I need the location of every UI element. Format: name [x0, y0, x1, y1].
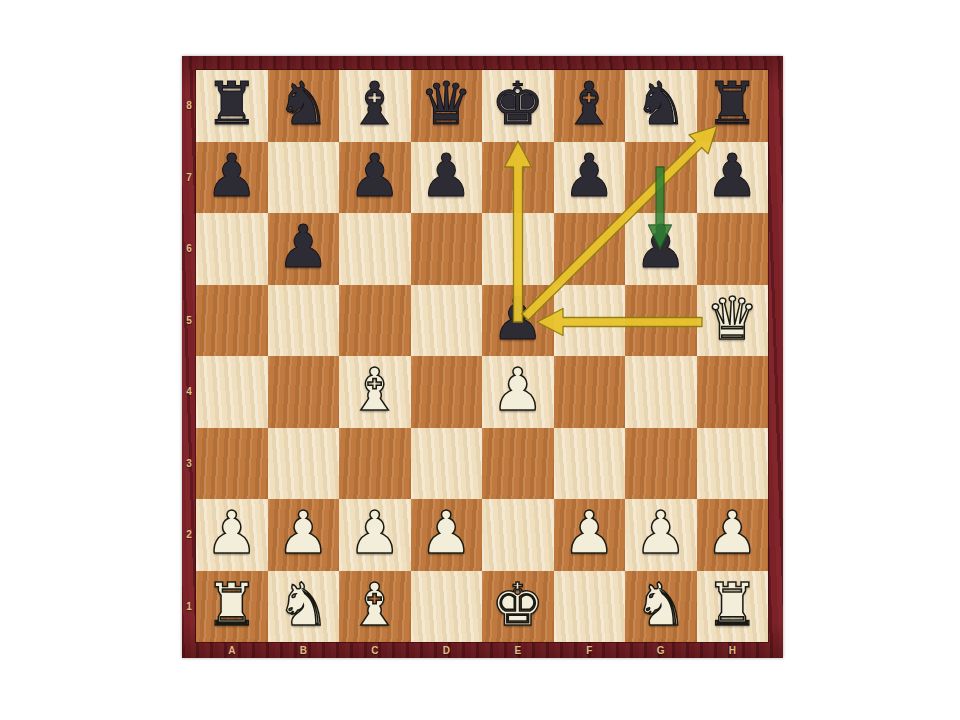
square-g4[interactable] — [625, 356, 697, 428]
piece-black-bishop[interactable]: ♝ — [348, 68, 401, 140]
square-a7[interactable]: ♟ — [196, 142, 268, 214]
rank-label-5: 5 — [182, 285, 196, 357]
piece-black-rook[interactable]: ♜ — [706, 68, 759, 140]
piece-white-knight[interactable]: ♞ — [634, 569, 687, 641]
square-e2[interactable] — [482, 499, 554, 571]
piece-white-queen[interactable]: ♛ — [706, 283, 759, 355]
chess-diagram: 87654321 ♜♞♝♛♚♝♞♜♟♟♟♟♟♟♟♟♛♝♟♟♟♟♟♟♟♟♜♞♝♚♞… — [0, 0, 960, 720]
piece-white-pawn[interactable]: ♟ — [277, 497, 330, 569]
square-b2[interactable]: ♟ — [268, 499, 340, 571]
square-c1[interactable]: ♝ — [339, 571, 411, 643]
piece-black-rook[interactable]: ♜ — [205, 68, 258, 140]
square-f1[interactable] — [554, 571, 626, 643]
square-c6[interactable] — [339, 213, 411, 285]
square-h8[interactable]: ♜ — [697, 70, 769, 142]
square-d7[interactable]: ♟ — [411, 142, 483, 214]
square-b8[interactable]: ♞ — [268, 70, 340, 142]
square-g6[interactable]: ♟ — [625, 213, 697, 285]
piece-black-pawn[interactable]: ♟ — [706, 140, 759, 212]
rank-label-2: 2 — [182, 499, 196, 571]
square-f2[interactable]: ♟ — [554, 499, 626, 571]
piece-white-rook[interactable]: ♜ — [205, 569, 258, 641]
rank-label-3: 3 — [182, 428, 196, 500]
square-a3[interactable] — [196, 428, 268, 500]
piece-white-pawn[interactable]: ♟ — [634, 497, 687, 569]
square-g1[interactable]: ♞ — [625, 571, 697, 643]
rank-label-1: 1 — [182, 571, 196, 643]
piece-white-knight[interactable]: ♞ — [277, 569, 330, 641]
piece-white-pawn[interactable]: ♟ — [563, 497, 616, 569]
square-b3[interactable] — [268, 428, 340, 500]
square-e1[interactable]: ♚ — [482, 571, 554, 643]
rank-labels: 87654321 — [182, 70, 196, 642]
square-e7[interactable] — [482, 142, 554, 214]
square-f5[interactable] — [554, 285, 626, 357]
square-c3[interactable] — [339, 428, 411, 500]
file-label-f: F — [554, 642, 626, 658]
piece-white-pawn[interactable]: ♟ — [348, 497, 401, 569]
piece-black-pawn[interactable]: ♟ — [491, 283, 544, 355]
piece-white-bishop[interactable]: ♝ — [348, 569, 401, 641]
square-e8[interactable]: ♚ — [482, 70, 554, 142]
square-h3[interactable] — [697, 428, 769, 500]
square-f3[interactable] — [554, 428, 626, 500]
square-f7[interactable]: ♟ — [554, 142, 626, 214]
piece-black-queen[interactable]: ♛ — [420, 68, 473, 140]
square-h4[interactable] — [697, 356, 769, 428]
square-b1[interactable]: ♞ — [268, 571, 340, 643]
square-h5[interactable]: ♛ — [697, 285, 769, 357]
piece-black-king[interactable]: ♚ — [491, 68, 544, 140]
file-label-a: A — [196, 642, 268, 658]
piece-black-knight[interactable]: ♞ — [634, 68, 687, 140]
piece-black-pawn[interactable]: ♟ — [348, 140, 401, 212]
square-d3[interactable] — [411, 428, 483, 500]
piece-white-rook[interactable]: ♜ — [706, 569, 759, 641]
square-c7[interactable]: ♟ — [339, 142, 411, 214]
piece-white-pawn[interactable]: ♟ — [420, 497, 473, 569]
square-c5[interactable] — [339, 285, 411, 357]
file-label-c: C — [339, 642, 411, 658]
file-label-e: E — [482, 642, 554, 658]
square-g5[interactable] — [625, 285, 697, 357]
square-e5[interactable]: ♟ — [482, 285, 554, 357]
square-a2[interactable]: ♟ — [196, 499, 268, 571]
file-label-b: B — [268, 642, 340, 658]
square-d5[interactable] — [411, 285, 483, 357]
file-label-g: G — [625, 642, 697, 658]
square-f8[interactable]: ♝ — [554, 70, 626, 142]
square-c2[interactable]: ♟ — [339, 499, 411, 571]
square-f4[interactable] — [554, 356, 626, 428]
square-h7[interactable]: ♟ — [697, 142, 769, 214]
square-g2[interactable]: ♟ — [625, 499, 697, 571]
piece-black-pawn[interactable]: ♟ — [420, 140, 473, 212]
rank-label-8: 8 — [182, 70, 196, 142]
piece-black-pawn[interactable]: ♟ — [563, 140, 616, 212]
square-d8[interactable]: ♛ — [411, 70, 483, 142]
square-b4[interactable] — [268, 356, 340, 428]
piece-black-bishop[interactable]: ♝ — [563, 68, 616, 140]
square-d1[interactable] — [411, 571, 483, 643]
square-h2[interactable]: ♟ — [697, 499, 769, 571]
square-b7[interactable] — [268, 142, 340, 214]
square-b5[interactable] — [268, 285, 340, 357]
square-f6[interactable] — [554, 213, 626, 285]
piece-black-pawn[interactable]: ♟ — [205, 140, 258, 212]
square-h1[interactable]: ♜ — [697, 571, 769, 643]
rank-label-7: 7 — [182, 142, 196, 214]
square-a8[interactable]: ♜ — [196, 70, 268, 142]
square-a5[interactable] — [196, 285, 268, 357]
square-b6[interactable]: ♟ — [268, 213, 340, 285]
rank-label-4: 4 — [182, 356, 196, 428]
piece-white-pawn[interactable]: ♟ — [491, 354, 544, 426]
square-e6[interactable] — [482, 213, 554, 285]
file-labels: ABCDEFGH — [196, 642, 768, 658]
square-e4[interactable]: ♟ — [482, 356, 554, 428]
chess-board[interactable]: ♜♞♝♛♚♝♞♜♟♟♟♟♟♟♟♟♛♝♟♟♟♟♟♟♟♟♜♞♝♚♞♜ — [196, 70, 768, 642]
rank-label-6: 6 — [182, 213, 196, 285]
square-a4[interactable] — [196, 356, 268, 428]
square-g3[interactable] — [625, 428, 697, 500]
square-g8[interactable]: ♞ — [625, 70, 697, 142]
square-c4[interactable]: ♝ — [339, 356, 411, 428]
square-a6[interactable] — [196, 213, 268, 285]
piece-white-pawn[interactable]: ♟ — [205, 497, 258, 569]
square-d6[interactable] — [411, 213, 483, 285]
square-e3[interactable] — [482, 428, 554, 500]
piece-white-king[interactable]: ♚ — [491, 569, 544, 641]
square-a1[interactable]: ♜ — [196, 571, 268, 643]
file-label-d: D — [411, 642, 483, 658]
piece-white-pawn[interactable]: ♟ — [706, 497, 759, 569]
square-d2[interactable]: ♟ — [411, 499, 483, 571]
square-c8[interactable]: ♝ — [339, 70, 411, 142]
piece-black-pawn[interactable]: ♟ — [634, 211, 687, 283]
piece-black-pawn[interactable]: ♟ — [277, 211, 330, 283]
piece-black-knight[interactable]: ♞ — [277, 68, 330, 140]
piece-white-bishop[interactable]: ♝ — [348, 354, 401, 426]
square-d4[interactable] — [411, 356, 483, 428]
square-h6[interactable] — [697, 213, 769, 285]
file-label-h: H — [697, 642, 769, 658]
square-g7[interactable] — [625, 142, 697, 214]
